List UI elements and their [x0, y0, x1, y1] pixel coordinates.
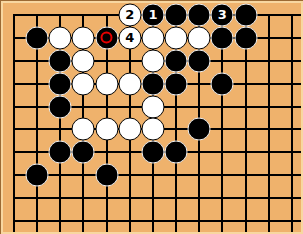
intersection-c11-r1: [234, 4, 257, 27]
grid-line-vertical: [106, 14, 108, 26]
grid-line-vertical: [13, 49, 15, 72]
grid-line-vertical: [221, 210, 223, 233]
intersection-c4-r5: [72, 95, 95, 118]
white-stone: [141, 95, 164, 118]
intersection-c10-r2: [211, 26, 234, 49]
intersection-c7-r4: [141, 72, 164, 95]
grid-line-vertical: [291, 118, 293, 141]
black-stone: [141, 72, 164, 95]
intersection-c8-r2: [164, 26, 187, 49]
intersection-c12-r3: [257, 49, 280, 72]
grid-line-vertical: [129, 164, 131, 187]
intersection-c13-r7: [280, 141, 303, 164]
intersection-c6-r4: [118, 72, 141, 95]
black-stone: [165, 141, 188, 164]
grid-line-vertical: [13, 164, 15, 187]
grid-line-vertical: [82, 164, 84, 187]
intersection-c4-r7: [72, 141, 95, 164]
intersection-c5-r5: [95, 95, 118, 118]
intersection-c13-r3: [280, 49, 303, 72]
black-stone: [95, 164, 118, 187]
grid-line-vertical: [291, 26, 293, 49]
intersection-c10-r5: [211, 95, 234, 118]
black-stone: [188, 3, 211, 26]
move-number-label: 1: [148, 8, 157, 21]
white-stone: [141, 49, 164, 72]
intersection-c1-r6: [2, 118, 25, 141]
grid-line-vertical: [59, 14, 61, 26]
grid-line-vertical: [106, 187, 108, 210]
intersection-c9-r1: [188, 4, 211, 27]
intersection-c1-r1: [2, 4, 25, 27]
black-stone: [234, 3, 257, 26]
intersection-c9-r5: [188, 95, 211, 118]
grid-line-vertical: [129, 49, 131, 72]
intersection-c11-r4: [234, 72, 257, 95]
white-stone: [72, 49, 95, 72]
black-stone: [49, 72, 72, 95]
intersection-c8-r6: [164, 118, 187, 141]
intersection-c13-r1: [280, 4, 303, 27]
grid-line-vertical: [291, 49, 293, 72]
intersection-c1-r5: [2, 95, 25, 118]
grid-line-vertical: [291, 14, 293, 26]
grid-line-vertical: [268, 26, 270, 49]
intersection-c10-r10: [211, 210, 234, 233]
grid-line-vertical: [152, 164, 154, 187]
intersection-c11-r3: [234, 49, 257, 72]
intersection-c13-r10: [280, 210, 303, 233]
intersection-c3-r8: [49, 164, 72, 187]
intersection-c5-r1: [95, 4, 118, 27]
grid-line-vertical: [291, 141, 293, 164]
intersection-c10-r4: [211, 72, 234, 95]
grid-line-vertical: [268, 14, 270, 26]
grid-line-vertical: [13, 14, 15, 26]
grid-line-vertical: [175, 187, 177, 210]
grid-line-vertical: [198, 164, 200, 187]
white-stone: [165, 26, 188, 49]
intersection-c12-r10: [257, 210, 280, 233]
grid-line-vertical: [82, 187, 84, 210]
grid-line-vertical: [221, 141, 223, 164]
intersection-c12-r1: [257, 4, 280, 27]
intersection-c6-r1: 2: [118, 4, 141, 27]
intersection-c2-r3: [26, 49, 49, 72]
grid-line-vertical: [36, 95, 38, 118]
grid-line-vertical: [291, 72, 293, 95]
board-frame-edge-left: [0, 0, 1, 234]
grid-line-vertical: [106, 210, 108, 233]
intersection-c4-r4: [72, 72, 95, 95]
intersection-c9-r7: [188, 141, 211, 164]
black-stone: [95, 26, 118, 49]
board-frame-highlight-left: [1, 1, 3, 234]
grid-line-vertical: [59, 210, 61, 233]
grid-line-vertical: [36, 118, 38, 141]
intersection-c11-r9: [234, 187, 257, 210]
grid-line-vertical: [268, 95, 270, 118]
grid-line-vertical: [245, 210, 247, 233]
intersection-c10-r3: [211, 49, 234, 72]
grid-line-vertical: [129, 210, 131, 233]
grid-line-vertical: [268, 72, 270, 95]
black-stone: [188, 49, 211, 72]
intersection-c5-r10: [95, 210, 118, 233]
intersection-c3-r1: [49, 4, 72, 27]
intersection-c1-r9: [2, 187, 25, 210]
intersection-c4-r2: [72, 26, 95, 49]
board-frame-highlight-right: [301, 0, 303, 234]
grid-line-vertical: [36, 210, 38, 233]
black-stone: [72, 141, 95, 164]
move-number-label: 2: [125, 8, 134, 21]
intersection-c2-r8: [26, 164, 49, 187]
grid-line-vertical: [36, 187, 38, 210]
intersection-c7-r7: [141, 141, 164, 164]
white-stone: [118, 72, 141, 95]
black-stone: [49, 141, 72, 164]
intersection-c3-r3: [49, 49, 72, 72]
intersection-c6-r8: [118, 164, 141, 187]
intersection-c9-r10: [188, 210, 211, 233]
intersection-c12-r5: [257, 95, 280, 118]
intersection-c5-r2: [95, 26, 118, 49]
intersection-c9-r2: [188, 26, 211, 49]
grid-line-vertical: [221, 118, 223, 141]
intersection-c6-r3: [118, 49, 141, 72]
black-stone: [211, 26, 234, 49]
white-stone: [72, 118, 95, 141]
intersection-c2-r1: [26, 4, 49, 27]
intersection-c11-r2: [234, 26, 257, 49]
intersection-c4-r6: [72, 118, 95, 141]
intersection-c6-r10: [118, 210, 141, 233]
intersection-c12-r6: [257, 118, 280, 141]
grid-line-vertical: [59, 187, 61, 210]
grid-line-vertical: [36, 49, 38, 72]
intersection-c10-r1: 3: [211, 4, 234, 27]
grid-line-vertical: [198, 141, 200, 164]
intersection-c2-r2: [26, 26, 49, 49]
black-stone: [165, 72, 188, 95]
black-stone: [165, 3, 188, 26]
white-stone: [118, 118, 141, 141]
intersection-c2-r6: [26, 118, 49, 141]
black-stone: [26, 164, 49, 187]
black-stone: [165, 49, 188, 72]
black-stone: 1: [141, 3, 164, 26]
intersection-c13-r6: [280, 118, 303, 141]
grid-line-vertical: [175, 118, 177, 141]
intersection-c4-r8: [72, 164, 95, 187]
intersection-c9-r6: [188, 118, 211, 141]
intersection-c7-r8: [141, 164, 164, 187]
intersection-c4-r9: [72, 187, 95, 210]
grid-line-vertical: [129, 187, 131, 210]
grid-line-vertical: [221, 164, 223, 187]
intersection-c10-r7: [211, 141, 234, 164]
grid-line-vertical: [152, 210, 154, 233]
grid-line-vertical: [221, 95, 223, 118]
intersection-c4-r1: [72, 4, 95, 27]
intersection-c9-r9: [188, 187, 211, 210]
board-frame-edge-top: [0, 0, 303, 1]
intersection-c8-r10: [164, 210, 187, 233]
intersection-c11-r6: [234, 118, 257, 141]
intersection-c13-r8: [280, 164, 303, 187]
grid-line-vertical: [245, 49, 247, 72]
white-stone: [141, 118, 164, 141]
grid-line-vertical: [106, 49, 108, 72]
grid-line-vertical: [221, 187, 223, 210]
intersection-c9-r3: [188, 49, 211, 72]
grid-line-vertical: [291, 164, 293, 187]
grid-line-vertical: [221, 49, 223, 72]
black-stone: [188, 118, 211, 141]
intersection-c8-r7: [164, 141, 187, 164]
intersection-c8-r8: [164, 164, 187, 187]
intersection-c13-r2: [280, 26, 303, 49]
intersection-c7-r10: [141, 210, 164, 233]
intersection-c1-r10: [2, 210, 25, 233]
black-stone: [49, 49, 72, 72]
intersection-c13-r4: [280, 72, 303, 95]
move-number-label: 4: [125, 31, 134, 44]
intersection-c12-r9: [257, 187, 280, 210]
intersection-c9-r8: [188, 164, 211, 187]
move-number-label: 3: [218, 8, 227, 21]
intersection-c7-r9: [141, 187, 164, 210]
go-board-diagram: 2134: [0, 0, 303, 234]
grid-line-vertical: [13, 26, 15, 49]
grid-line-vertical: [175, 164, 177, 187]
black-stone: [141, 141, 164, 164]
intersection-c2-r7: [26, 141, 49, 164]
grid-line-vertical: [36, 14, 38, 26]
intersection-c5-r6: [95, 118, 118, 141]
intersection-c3-r4: [49, 72, 72, 95]
intersection-c7-r5: [141, 95, 164, 118]
intersection-c10-r9: [211, 187, 234, 210]
grid-line-vertical: [198, 72, 200, 95]
intersection-c5-r9: [95, 187, 118, 210]
grid-line-vertical: [245, 187, 247, 210]
intersection-c1-r8: [2, 164, 25, 187]
grid-line-vertical: [268, 187, 270, 210]
white-stone: [72, 26, 95, 49]
intersection-c8-r1: [164, 4, 187, 27]
black-stone: [211, 72, 234, 95]
intersection-c8-r9: [164, 187, 187, 210]
intersection-c3-r6: [49, 118, 72, 141]
intersection-c5-r7: [95, 141, 118, 164]
intersection-c2-r9: [26, 187, 49, 210]
black-stone: [234, 26, 257, 49]
grid-line-vertical: [245, 95, 247, 118]
intersection-c6-r7: [118, 141, 141, 164]
intersection-c13-r5: [280, 95, 303, 118]
intersection-c13-r9: [280, 187, 303, 210]
intersection-c4-r3: [72, 49, 95, 72]
intersection-c5-r4: [95, 72, 118, 95]
intersection-c11-r7: [234, 141, 257, 164]
intersection-c4-r10: [72, 210, 95, 233]
intersection-c5-r8: [95, 164, 118, 187]
black-stone: 3: [211, 3, 234, 26]
intersection-c8-r3: [164, 49, 187, 72]
intersection-c12-r2: [257, 26, 280, 49]
intersection-c11-r10: [234, 210, 257, 233]
go-board-grid: 2134: [2, 4, 303, 233]
white-stone: [95, 72, 118, 95]
grid-line-vertical: [291, 210, 293, 233]
grid-line-vertical: [268, 118, 270, 141]
intersection-c12-r4: [257, 72, 280, 95]
intersection-c7-r2: [141, 26, 164, 49]
grid-line-vertical: [129, 95, 131, 118]
intersection-c2-r10: [26, 210, 49, 233]
grid-line-vertical: [13, 72, 15, 95]
intersection-c6-r5: [118, 95, 141, 118]
grid-line-vertical: [245, 164, 247, 187]
grid-line-vertical: [245, 72, 247, 95]
board-frame-highlight-top: [1, 1, 303, 3]
intersection-c6-r6: [118, 118, 141, 141]
grid-line-vertical: [198, 210, 200, 233]
black-stone: [49, 95, 72, 118]
intersection-c1-r3: [2, 49, 25, 72]
grid-line-vertical: [36, 141, 38, 164]
grid-line-vertical: [129, 141, 131, 164]
grid-line-vertical: [13, 118, 15, 141]
grid-line-vertical: [268, 210, 270, 233]
intersection-c6-r2: 4: [118, 26, 141, 49]
grid-line-vertical: [268, 164, 270, 187]
intersection-c10-r8: [211, 164, 234, 187]
intersection-c1-r4: [2, 72, 25, 95]
grid-line-vertical: [82, 210, 84, 233]
grid-line-vertical: [245, 118, 247, 141]
grid-line-vertical: [13, 187, 15, 210]
white-stone: [72, 72, 95, 95]
grid-line-vertical: [59, 118, 61, 141]
intersection-c11-r8: [234, 164, 257, 187]
intersection-c7-r6: [141, 118, 164, 141]
intersection-c3-r9: [49, 187, 72, 210]
grid-line-vertical: [198, 187, 200, 210]
grid-line-vertical: [82, 95, 84, 118]
grid-line-vertical: [13, 95, 15, 118]
grid-line-vertical: [106, 141, 108, 164]
grid-line-vertical: [82, 14, 84, 26]
intersection-c6-r9: [118, 187, 141, 210]
intersection-c1-r2: [2, 26, 25, 49]
intersection-c8-r5: [164, 95, 187, 118]
intersection-c9-r4: [188, 72, 211, 95]
intersection-c2-r4: [26, 72, 49, 95]
grid-line-vertical: [13, 141, 15, 164]
grid-line-vertical: [106, 95, 108, 118]
intersection-c7-r3: [141, 49, 164, 72]
grid-line-vertical: [268, 49, 270, 72]
grid-line-vertical: [13, 210, 15, 233]
intersection-c3-r2: [49, 26, 72, 49]
intersection-c11-r5: [234, 95, 257, 118]
grid-line-vertical: [175, 210, 177, 233]
grid-line-vertical: [291, 187, 293, 210]
intersection-c1-r7: [2, 141, 25, 164]
white-stone: [188, 26, 211, 49]
intersection-c5-r3: [95, 49, 118, 72]
grid-line-vertical: [291, 95, 293, 118]
intersection-c12-r7: [257, 141, 280, 164]
grid-line-vertical: [268, 141, 270, 164]
grid-line-vertical: [59, 164, 61, 187]
intersection-c10-r6: [211, 118, 234, 141]
board-frame-highlight-bottom: [1, 232, 303, 234]
white-stone: [49, 26, 72, 49]
intersection-c3-r7: [49, 141, 72, 164]
intersection-c12-r8: [257, 164, 280, 187]
grid-line-vertical: [36, 72, 38, 95]
intersection-c3-r10: [49, 210, 72, 233]
grid-line-vertical: [152, 187, 154, 210]
white-stone: [141, 26, 164, 49]
white-stone: 4: [118, 26, 141, 49]
white-stone: 2: [118, 3, 141, 26]
circle-marker-icon: [101, 32, 113, 44]
white-stone: [95, 118, 118, 141]
intersection-c7-r1: 1: [141, 4, 164, 27]
grid-line-vertical: [175, 95, 177, 118]
intersection-c2-r5: [26, 95, 49, 118]
grid-line-vertical: [245, 141, 247, 164]
intersection-c8-r4: [164, 72, 187, 95]
grid-line-vertical: [198, 95, 200, 118]
intersection-c3-r5: [49, 95, 72, 118]
black-stone: [26, 26, 49, 49]
